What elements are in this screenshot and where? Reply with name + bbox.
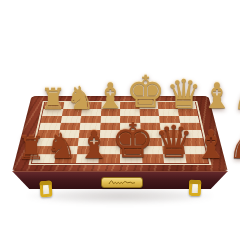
square [59,123,80,130]
square [120,102,139,109]
square [139,102,158,109]
square [159,116,180,123]
square [160,123,181,130]
square [78,138,100,146]
board-grid [32,102,208,163]
square [34,146,57,154]
square [98,154,120,163]
square [140,130,161,138]
square [120,116,140,123]
square [176,102,196,109]
square [142,154,165,163]
square [79,123,100,130]
square [39,123,60,130]
square [139,116,159,123]
chess-set-photo: ♜♞♝♚♛♝♞♜ ♜♞♝♚♛♝♞♜ [0,0,240,240]
square [62,109,82,116]
square [158,109,178,116]
square [57,138,79,146]
square [98,146,120,154]
square [120,109,139,116]
square [55,146,77,154]
square [101,102,120,109]
square [41,116,62,123]
square [36,138,58,146]
square [162,146,184,154]
square [120,130,141,138]
square [76,154,99,163]
board-inlay-line [29,101,212,165]
square [181,130,203,138]
square [141,138,163,146]
square [139,109,159,116]
square [120,146,142,154]
square [100,116,120,123]
right-latch [189,180,202,196]
square [120,123,140,130]
board-shadow [28,188,212,204]
square [44,102,64,109]
square [163,154,186,163]
square [120,138,141,146]
brand-plate [101,177,143,188]
dark-knight: ♞ [228,129,240,164]
square [79,130,100,138]
light-knight: ♞ [233,82,240,114]
square [60,116,81,123]
square [120,154,142,163]
square [161,130,183,138]
square [58,130,80,138]
square [178,116,199,123]
engraved-script-icon [107,179,137,186]
square [185,154,208,163]
square [99,138,120,146]
square [99,130,120,138]
square [101,109,120,116]
square [177,109,198,116]
square [77,146,99,154]
square [63,102,83,109]
square [32,154,55,163]
square [82,102,101,109]
square [141,146,163,154]
square [54,154,77,163]
left-latch [40,181,53,198]
board-frame [12,96,228,172]
square [37,130,59,138]
square [81,109,101,116]
square [157,102,177,109]
square [100,123,120,130]
square [42,109,63,116]
chess-board [12,96,228,172]
square [183,146,206,154]
square [161,138,183,146]
square [180,123,201,130]
square [80,116,100,123]
square [182,138,204,146]
square [140,123,161,130]
